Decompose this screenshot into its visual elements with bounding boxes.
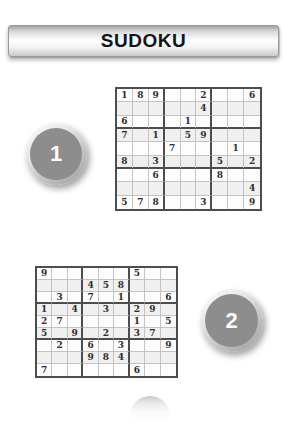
sudoku-cell-r8c5 <box>181 182 197 195</box>
sudoku-cell-r5c6 <box>114 316 129 328</box>
sudoku-cell-r2c5 <box>181 102 197 115</box>
sudoku-cell-r7c1 <box>117 169 133 182</box>
sudoku-cell-r4c2 <box>133 129 149 142</box>
sudoku-cell-r3c3 <box>68 292 83 304</box>
sudoku-cell-r4c7 <box>212 129 228 142</box>
sudoku-cell-r2c3 <box>68 280 83 292</box>
sudoku-cell-r8c9: 4 <box>244 182 260 195</box>
sudoku-cell-r3c7 <box>130 292 145 304</box>
sudoku-grid-1: 18926461715971835268457839 <box>115 87 262 211</box>
sudoku-cell-r2c6: 8 <box>114 280 129 292</box>
sudoku-cell-r9c4 <box>83 364 98 376</box>
sudoku-cell-r8c1 <box>37 352 52 364</box>
sudoku-cell-r7c7: 8 <box>212 169 228 182</box>
sudoku-cell-r3c4: 7 <box>83 292 98 304</box>
sudoku-cell-r5c4 <box>83 316 98 328</box>
sudoku-cell-r4c5: 3 <box>99 304 114 316</box>
sudoku-cell-r6c9: 2 <box>244 156 260 169</box>
sudoku-cell-r5c2 <box>133 142 149 155</box>
sudoku-cell-r2c4 <box>165 102 181 115</box>
puzzle-2-badge-number: 2 <box>205 294 258 347</box>
sudoku-cell-r5c8 <box>145 316 160 328</box>
sudoku-cell-r1c1: 1 <box>117 89 133 102</box>
puzzle-3-badge-partial <box>130 396 170 431</box>
sudoku-cell-r5c4: 7 <box>165 142 181 155</box>
sudoku-cell-r8c6 <box>196 182 212 195</box>
sudoku-cell-r1c8 <box>228 89 244 102</box>
sudoku-cell-r9c8 <box>228 196 244 209</box>
sudoku-cell-r4c3: 1 <box>149 129 165 142</box>
sudoku-cell-r9c2: 7 <box>133 196 149 209</box>
sudoku-cell-r7c4 <box>165 169 181 182</box>
sudoku-cell-r9c5 <box>99 364 114 376</box>
sudoku-cell-r6c5: 2 <box>99 328 114 340</box>
sudoku-cell-r2c7 <box>212 102 228 115</box>
sudoku-cell-r8c2 <box>52 352 67 364</box>
sudoku-cell-r6c6 <box>196 156 212 169</box>
sudoku-grid-2: 95458371614329271559237263998476 <box>35 266 178 378</box>
sudoku-cell-r6c7: 3 <box>130 328 145 340</box>
sudoku-cell-r3c6: 1 <box>114 292 129 304</box>
sudoku-cell-r4c3: 4 <box>68 304 83 316</box>
puzzle-2-badge: 2 <box>200 289 263 352</box>
sudoku-cell-r6c3: 3 <box>149 156 165 169</box>
sudoku-cell-r3c3 <box>149 116 165 129</box>
sudoku-cell-r8c6: 4 <box>114 352 129 364</box>
sudoku-cell-r2c8 <box>145 280 160 292</box>
sudoku-cell-r8c5: 8 <box>99 352 114 364</box>
sudoku-cell-r8c4: 9 <box>83 352 98 364</box>
sudoku-cell-r5c9: 5 <box>161 316 176 328</box>
sudoku-cell-r5c5 <box>181 142 197 155</box>
sudoku-cell-r3c9: 6 <box>161 292 176 304</box>
sudoku-cell-r3c1: 6 <box>117 116 133 129</box>
sudoku-cell-r7c3 <box>68 340 83 352</box>
sudoku-cell-r4c4 <box>165 129 181 142</box>
sudoku-cell-r6c7: 5 <box>212 156 228 169</box>
puzzle-page: SUDOKU 1 18926461715971835268457839 9545… <box>0 0 287 431</box>
sudoku-cell-r7c7 <box>130 340 145 352</box>
sudoku-cell-r7c5 <box>181 169 197 182</box>
sudoku-cell-r6c1: 8 <box>117 156 133 169</box>
sudoku-cell-r9c3: 8 <box>149 196 165 209</box>
sudoku-cell-r7c2 <box>133 169 149 182</box>
sudoku-cell-r2c9 <box>161 280 176 292</box>
sudoku-cell-r6c3: 9 <box>68 328 83 340</box>
sudoku-cell-r3c7 <box>212 116 228 129</box>
sudoku-cell-r5c7: 1 <box>130 316 145 328</box>
sudoku-cell-r6c6 <box>114 328 129 340</box>
sudoku-cell-r9c2 <box>52 364 67 376</box>
sudoku-cell-r2c8 <box>228 102 244 115</box>
sudoku-cell-r5c3 <box>149 142 165 155</box>
sudoku-cell-r1c2 <box>52 268 67 280</box>
sudoku-cell-r7c9: 9 <box>161 340 176 352</box>
sudoku-cell-r6c8: 7 <box>145 328 160 340</box>
sudoku-cell-r9c1: 7 <box>37 364 52 376</box>
sudoku-cell-r2c5: 5 <box>99 280 114 292</box>
sudoku-cell-r7c3: 6 <box>149 169 165 182</box>
sudoku-cell-r6c2 <box>133 156 149 169</box>
sudoku-cell-r3c5: 1 <box>181 116 197 129</box>
sudoku-cell-r4c6 <box>114 304 129 316</box>
sudoku-cell-r6c4 <box>83 328 98 340</box>
sudoku-cell-r7c6 <box>196 169 212 182</box>
sudoku-cell-r2c1 <box>117 102 133 115</box>
sudoku-cell-r4c6: 9 <box>196 129 212 142</box>
sudoku-cell-r6c1: 5 <box>37 328 52 340</box>
puzzle-1-badge: 1 <box>25 123 87 185</box>
sudoku-cell-r8c4 <box>165 182 181 195</box>
sudoku-cell-r8c9 <box>161 352 176 364</box>
puzzle-1-badge-number: 1 <box>30 128 82 180</box>
sudoku-cell-r1c5 <box>99 268 114 280</box>
sudoku-cell-r4c1: 7 <box>117 129 133 142</box>
sudoku-cell-r1c1: 9 <box>37 268 52 280</box>
sudoku-cell-r4c2 <box>52 304 67 316</box>
sudoku-cell-r6c9 <box>161 328 176 340</box>
sudoku-cell-r8c3 <box>68 352 83 364</box>
sudoku-cell-r8c7 <box>130 352 145 364</box>
sudoku-cell-r7c2: 2 <box>52 340 67 352</box>
sudoku-cell-r7c5 <box>99 340 114 352</box>
sudoku-cell-r2c2 <box>133 102 149 115</box>
sudoku-cell-r1c9 <box>161 268 176 280</box>
sudoku-cell-r7c8 <box>228 169 244 182</box>
sudoku-cell-r9c1: 5 <box>117 196 133 209</box>
sudoku-cell-r7c8 <box>145 340 160 352</box>
sudoku-cell-r7c9 <box>244 169 260 182</box>
sudoku-cell-r9c7: 6 <box>130 364 145 376</box>
sudoku-cell-r3c5 <box>99 292 114 304</box>
sudoku-cell-r3c2: 3 <box>52 292 67 304</box>
sudoku-cell-r6c8 <box>228 156 244 169</box>
sudoku-cell-r6c4 <box>165 156 181 169</box>
sudoku-cell-r8c8 <box>228 182 244 195</box>
sudoku-cell-r2c7 <box>130 280 145 292</box>
page-title: SUDOKU <box>101 30 186 52</box>
sudoku-cell-r5c8: 1 <box>228 142 244 155</box>
sudoku-cell-r4c8: 9 <box>145 304 160 316</box>
sudoku-cell-r9c6 <box>114 364 129 376</box>
sudoku-cell-r4c5: 5 <box>181 129 197 142</box>
sudoku-cell-r9c5 <box>181 196 197 209</box>
sudoku-cell-r4c7: 2 <box>130 304 145 316</box>
sudoku-cell-r3c8 <box>145 292 160 304</box>
sudoku-cell-r9c8 <box>145 364 160 376</box>
sudoku-cell-r9c9 <box>161 364 176 376</box>
sudoku-cell-r3c8 <box>228 116 244 129</box>
sudoku-cell-r5c1: 2 <box>37 316 52 328</box>
sudoku-cell-r2c9 <box>244 102 260 115</box>
sudoku-cell-r1c7: 5 <box>130 268 145 280</box>
sudoku-cell-r5c5 <box>99 316 114 328</box>
sudoku-cell-r1c4 <box>83 268 98 280</box>
sudoku-cell-r5c7 <box>212 142 228 155</box>
sudoku-cell-r1c6: 2 <box>196 89 212 102</box>
sudoku-cell-r2c4: 4 <box>83 280 98 292</box>
sudoku-cell-r1c8 <box>145 268 160 280</box>
sudoku-cell-r5c1 <box>117 142 133 155</box>
sudoku-cell-r1c5 <box>181 89 197 102</box>
sudoku-cell-r4c8 <box>228 129 244 142</box>
sudoku-cell-r1c6 <box>114 268 129 280</box>
sudoku-cell-r3c1 <box>37 292 52 304</box>
sudoku-cell-r4c4 <box>83 304 98 316</box>
sudoku-cell-r8c3 <box>149 182 165 195</box>
sudoku-cell-r7c4: 6 <box>83 340 98 352</box>
sudoku-cell-r3c4 <box>165 116 181 129</box>
sudoku-cell-r6c5 <box>181 156 197 169</box>
sudoku-cell-r1c2: 8 <box>133 89 149 102</box>
sudoku-cell-r3c6 <box>196 116 212 129</box>
sudoku-cell-r7c1 <box>37 340 52 352</box>
sudoku-cell-r9c6: 3 <box>196 196 212 209</box>
sudoku-cell-r4c9 <box>244 129 260 142</box>
sudoku-cell-r6c2 <box>52 328 67 340</box>
sudoku-cell-r8c2 <box>133 182 149 195</box>
sudoku-cell-r9c7 <box>212 196 228 209</box>
sudoku-cell-r8c1 <box>117 182 133 195</box>
sudoku-cell-r7c6: 3 <box>114 340 129 352</box>
sudoku-cell-r8c7 <box>212 182 228 195</box>
sudoku-cell-r4c9 <box>161 304 176 316</box>
sudoku-cell-r2c3 <box>149 102 165 115</box>
title-banner: SUDOKU <box>8 25 279 57</box>
sudoku-cell-r5c6 <box>196 142 212 155</box>
sudoku-cell-r3c9 <box>244 116 260 129</box>
sudoku-cell-r2c1 <box>37 280 52 292</box>
sudoku-cell-r9c4 <box>165 196 181 209</box>
sudoku-cell-r9c9: 9 <box>244 196 260 209</box>
sudoku-cell-r4c1: 1 <box>37 304 52 316</box>
sudoku-cell-r1c3: 9 <box>149 89 165 102</box>
sudoku-cell-r5c2: 7 <box>52 316 67 328</box>
sudoku-cell-r9c3 <box>68 364 83 376</box>
sudoku-cell-r1c3 <box>68 268 83 280</box>
sudoku-cell-r3c2 <box>133 116 149 129</box>
sudoku-cell-r8c8 <box>145 352 160 364</box>
sudoku-cell-r2c2 <box>52 280 67 292</box>
sudoku-cell-r5c9 <box>244 142 260 155</box>
sudoku-cell-r2c6: 4 <box>196 102 212 115</box>
sudoku-cell-r1c7 <box>212 89 228 102</box>
sudoku-cell-r1c4 <box>165 89 181 102</box>
sudoku-cell-r5c3 <box>68 316 83 328</box>
sudoku-cell-r1c9: 6 <box>244 89 260 102</box>
